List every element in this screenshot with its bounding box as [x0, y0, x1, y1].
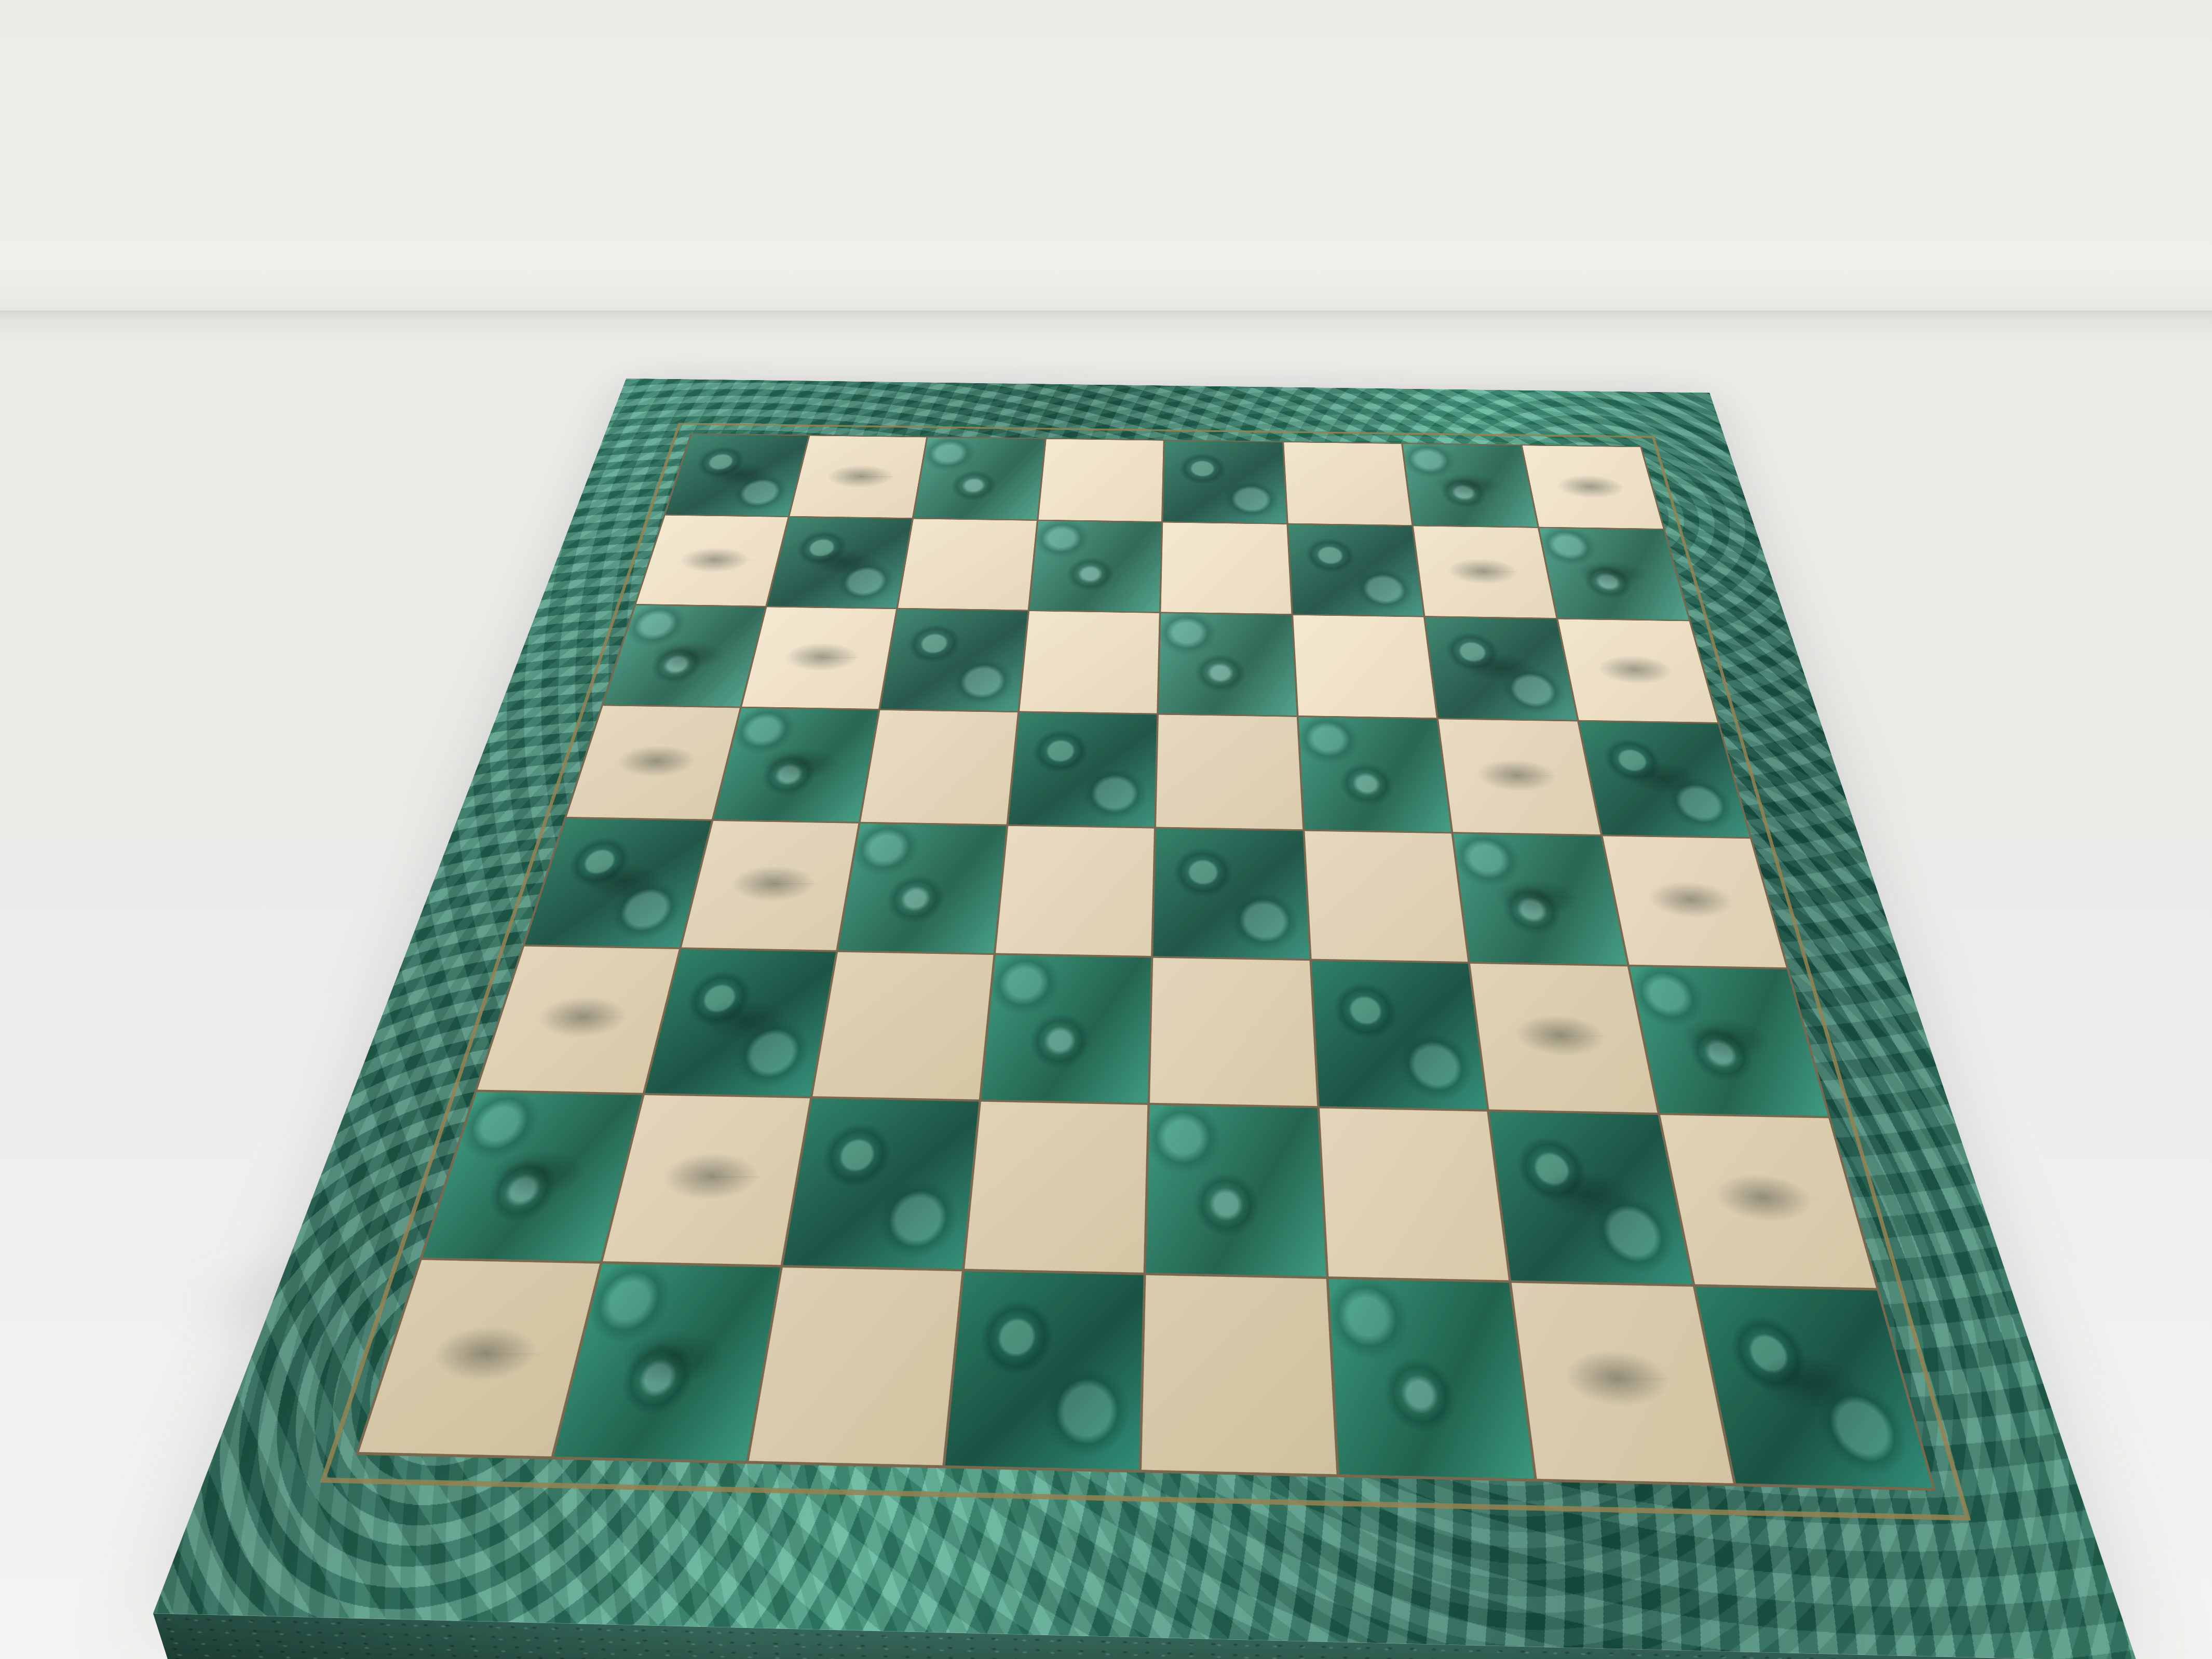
square[interactable] — [1008, 712, 1157, 827]
square[interactable] — [981, 955, 1151, 1103]
square[interactable] — [1305, 831, 1468, 962]
white-pawn-glyph: ♟ — [599, 1212, 747, 1377]
white-knight-glyph: ♞ — [453, 1007, 622, 1195]
square[interactable] — [861, 710, 1017, 825]
square[interactable] — [1319, 1108, 1509, 1280]
square[interactable] — [767, 517, 912, 608]
green-pawn-glyph: ♟ — [1495, 909, 1624, 1053]
green-rook-glyph: ♜ — [1724, 1218, 1891, 1405]
white-pawn-glyph: ♟ — [642, 1042, 779, 1195]
square[interactable] — [1298, 717, 1451, 832]
wall-floor-line — [0, 311, 2212, 318]
square[interactable] — [1328, 1279, 1534, 1479]
green-pawn-glyph: ♟ — [1517, 1058, 1655, 1212]
square[interactable] — [783, 1098, 979, 1268]
square[interactable] — [996, 826, 1154, 956]
square[interactable] — [1163, 441, 1286, 523]
square[interactable] — [914, 437, 1044, 519]
square[interactable] — [898, 519, 1037, 610]
square[interactable] — [1426, 617, 1577, 720]
square[interactable] — [1020, 611, 1159, 713]
square[interactable] — [812, 952, 993, 1099]
square[interactable] — [1161, 522, 1291, 614]
square[interactable] — [838, 824, 1006, 953]
square[interactable] — [1150, 957, 1317, 1106]
green-knight-glyph: ♞ — [1677, 1030, 1848, 1220]
square[interactable] — [1288, 524, 1423, 616]
green-pawn-glyph: ♟ — [1476, 778, 1597, 913]
square[interactable] — [1311, 961, 1487, 1110]
square[interactable] — [1156, 714, 1302, 829]
square[interactable] — [1293, 615, 1436, 718]
square[interactable] — [965, 1102, 1148, 1272]
square[interactable] — [1029, 521, 1161, 612]
square[interactable] — [1414, 526, 1556, 618]
square[interactable] — [880, 609, 1027, 711]
square[interactable] — [790, 436, 926, 517]
square[interactable] — [1159, 613, 1296, 716]
square[interactable] — [742, 607, 896, 708]
white-pawn-glyph: ♟ — [713, 766, 833, 899]
white-pawn-glyph: ♟ — [680, 894, 808, 1037]
square[interactable] — [1153, 829, 1309, 959]
chess-board: ♜♞♝♛♚♝♞♜♟♟♟♟♟♟♟♟♟♟♟♟♟♟♟♟♜♞♝♛♚♝♞♜ — [153, 379, 2137, 1659]
square[interactable] — [1038, 439, 1163, 521]
scene: ♜♞♝♛♚♝♞♜♟♟♟♟♟♟♟♟♟♟♟♟♟♟♟♟♜♞♝♛♚♝♞♜ — [0, 0, 2212, 1659]
square[interactable] — [1522, 446, 1663, 529]
square[interactable] — [1146, 1105, 1326, 1276]
square[interactable] — [1403, 444, 1537, 527]
white-rook-glyph: ♜ — [402, 1191, 568, 1375]
board-side-face — [153, 1613, 2137, 1659]
green-pawn-glyph: ♟ — [1542, 1231, 1691, 1398]
square[interactable] — [1539, 528, 1689, 620]
square[interactable] — [1284, 442, 1412, 525]
